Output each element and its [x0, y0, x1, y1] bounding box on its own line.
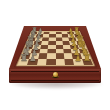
- wooden-case-drawer: [9, 68, 101, 83]
- drawer-seam-bottom: [11, 80, 99, 81]
- drawer-knob-icon: [53, 72, 58, 77]
- chess-set-photo: ♜♟♟♜♞♟♟♞♝♟♟♝♛♟♟♛♚♟♟♚♝♟♟♝♞♟♟♞♜♟♟♜: [0, 0, 110, 110]
- board-frame: [0, 0, 110, 110]
- chess-board-grid: [18, 32, 93, 65]
- board-square: [46, 59, 55, 65]
- board-square: [82, 59, 93, 65]
